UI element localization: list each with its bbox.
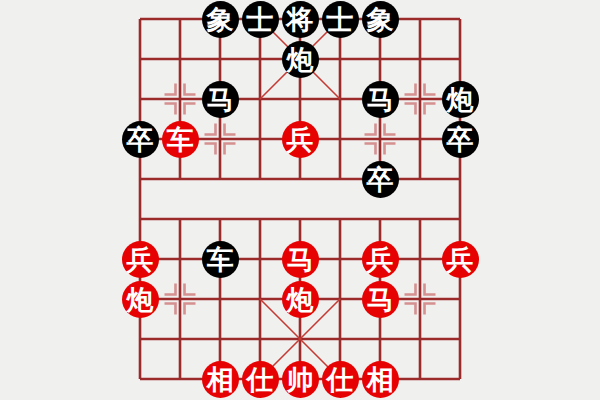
piece-black-general[interactable]: 将 bbox=[282, 1, 319, 38]
piece-red-soldier[interactable]: 兵 bbox=[282, 121, 319, 158]
piece-black-advisor[interactable]: 士 bbox=[242, 1, 279, 38]
piece-red-elephant[interactable]: 相 bbox=[362, 361, 399, 398]
piece-red-horse[interactable]: 马 bbox=[282, 241, 319, 278]
piece-red-cannon[interactable]: 炮 bbox=[122, 281, 159, 318]
piece-black-cannon[interactable]: 炮 bbox=[442, 81, 479, 118]
pieces-layer: 象士将士象炮马马炮卒车兵卒卒兵车马兵兵炮炮马相仕帅仕相 bbox=[120, 0, 480, 399]
piece-red-horse[interactable]: 马 bbox=[362, 281, 399, 318]
xiangqi-board: 象士将士象炮马马炮卒车兵卒卒兵车马兵兵炮炮马相仕帅仕相 bbox=[120, 0, 480, 399]
piece-red-soldier[interactable]: 兵 bbox=[362, 241, 399, 278]
piece-red-soldier[interactable]: 兵 bbox=[122, 241, 159, 278]
piece-red-advisor[interactable]: 仕 bbox=[242, 361, 279, 398]
piece-black-soldier[interactable]: 卒 bbox=[442, 121, 479, 158]
piece-red-cannon[interactable]: 炮 bbox=[282, 281, 319, 318]
piece-black-cannon[interactable]: 炮 bbox=[282, 41, 319, 78]
piece-black-horse[interactable]: 马 bbox=[202, 81, 239, 118]
piece-red-elephant[interactable]: 相 bbox=[202, 361, 239, 398]
piece-black-chariot[interactable]: 车 bbox=[202, 241, 239, 278]
piece-black-elephant[interactable]: 象 bbox=[202, 1, 239, 38]
piece-red-advisor[interactable]: 仕 bbox=[322, 361, 359, 398]
piece-black-horse[interactable]: 马 bbox=[362, 81, 399, 118]
piece-black-soldier[interactable]: 卒 bbox=[122, 121, 159, 158]
piece-red-general[interactable]: 帅 bbox=[282, 361, 319, 398]
piece-black-advisor[interactable]: 士 bbox=[322, 1, 359, 38]
piece-red-soldier[interactable]: 兵 bbox=[442, 241, 479, 278]
piece-red-chariot[interactable]: 车 bbox=[162, 121, 199, 158]
piece-black-elephant[interactable]: 象 bbox=[362, 1, 399, 38]
piece-black-soldier[interactable]: 卒 bbox=[362, 161, 399, 198]
